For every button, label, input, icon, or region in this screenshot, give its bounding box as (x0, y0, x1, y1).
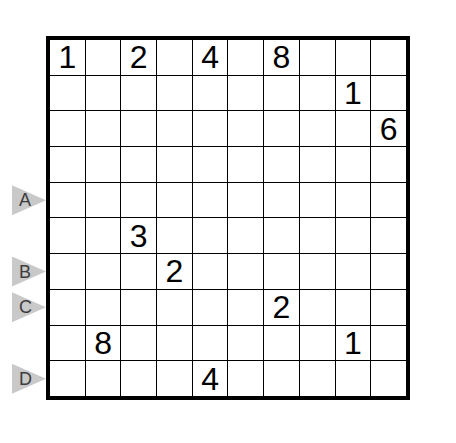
cell-r8c4[interactable] (157, 290, 192, 325)
cell-r8c10[interactable] (371, 290, 406, 325)
cell-r7c5[interactable] (193, 254, 228, 289)
cell-r2c8[interactable] (300, 76, 335, 111)
marker-label-B: B (19, 262, 31, 280)
cell-r9c5[interactable] (193, 326, 228, 361)
cell-r6c7[interactable] (264, 218, 299, 253)
cell-r4c3[interactable] (121, 147, 156, 182)
cell-r5c2[interactable] (86, 183, 121, 218)
cell-r5c8[interactable] (300, 183, 335, 218)
given-clue-r8c7: 2 (264, 290, 299, 325)
cell-r9c4[interactable] (157, 326, 192, 361)
cell-r7c3[interactable] (121, 254, 156, 289)
cell-r4c1[interactable] (50, 147, 85, 182)
cell-r8c3[interactable] (121, 290, 156, 325)
cell-r7c2[interactable] (86, 254, 121, 289)
cell-r7c7[interactable] (264, 254, 299, 289)
given-clue-r9c9: 1 (336, 326, 371, 361)
cell-r5c3[interactable] (121, 183, 156, 218)
cell-r8c1[interactable] (50, 290, 85, 325)
cell-r4c10[interactable] (371, 147, 406, 182)
given-clue-r1c5: 4 (193, 40, 228, 75)
row-marker-A: A (12, 185, 46, 215)
cell-r10c6[interactable] (228, 361, 263, 396)
cell-r6c4[interactable] (157, 218, 192, 253)
cell-r2c1[interactable] (50, 76, 85, 111)
cell-r1c4[interactable] (157, 40, 192, 75)
cell-r2c7[interactable] (264, 76, 299, 111)
cell-r2c2[interactable] (86, 76, 121, 111)
given-clue-r1c1: 1 (50, 40, 85, 75)
cell-r4c4[interactable] (157, 147, 192, 182)
cell-r9c8[interactable] (300, 326, 335, 361)
cell-r10c8[interactable] (300, 361, 335, 396)
cell-r3c4[interactable] (157, 111, 192, 146)
given-clue-r1c3: 2 (121, 40, 156, 75)
marker-label-D: D (19, 369, 32, 387)
cell-r5c10[interactable] (371, 183, 406, 218)
cell-r3c2[interactable] (86, 111, 121, 146)
cell-r3c7[interactable] (264, 111, 299, 146)
given-clue-r2c9: 1 (336, 76, 371, 111)
cell-r10c2[interactable] (86, 361, 121, 396)
cell-r6c9[interactable] (336, 218, 371, 253)
cell-r9c7[interactable] (264, 326, 299, 361)
cell-r8c9[interactable] (336, 290, 371, 325)
cell-r10c1[interactable] (50, 361, 85, 396)
cell-r10c9[interactable] (336, 361, 371, 396)
cell-r3c9[interactable] (336, 111, 371, 146)
cell-r10c4[interactable] (157, 361, 192, 396)
marker-label-A: A (19, 191, 31, 209)
cell-r2c5[interactable] (193, 76, 228, 111)
cell-r4c2[interactable] (86, 147, 121, 182)
cell-r3c3[interactable] (121, 111, 156, 146)
cell-r9c6[interactable] (228, 326, 263, 361)
cell-r5c1[interactable] (50, 183, 85, 218)
cell-r5c5[interactable] (193, 183, 228, 218)
cell-r7c1[interactable] (50, 254, 85, 289)
cell-r3c8[interactable] (300, 111, 335, 146)
given-clue-r3c10: 6 (371, 111, 406, 146)
cell-r10c3[interactable] (121, 361, 156, 396)
marker-label-C: C (19, 298, 32, 316)
cell-r6c2[interactable] (86, 218, 121, 253)
cell-r6c5[interactable] (193, 218, 228, 253)
cell-r7c8[interactable] (300, 254, 335, 289)
cell-r9c3[interactable] (121, 326, 156, 361)
cell-r8c2[interactable] (86, 290, 121, 325)
cell-r6c8[interactable] (300, 218, 335, 253)
cell-r1c9[interactable] (336, 40, 371, 75)
row-marker-D: D (12, 364, 46, 394)
cell-r7c6[interactable] (228, 254, 263, 289)
cell-r7c10[interactable] (371, 254, 406, 289)
cell-r3c5[interactable] (193, 111, 228, 146)
given-clue-r6c3: 3 (121, 218, 156, 253)
cell-r1c2[interactable] (86, 40, 121, 75)
cell-r9c1[interactable] (50, 326, 85, 361)
cell-r6c1[interactable] (50, 218, 85, 253)
given-clue-r10c5: 4 (193, 361, 228, 396)
cell-r3c1[interactable] (50, 111, 85, 146)
cell-r8c8[interactable] (300, 290, 335, 325)
cell-r2c10[interactable] (371, 76, 406, 111)
cell-r2c3[interactable] (121, 76, 156, 111)
cell-r4c6[interactable] (228, 147, 263, 182)
cell-r4c8[interactable] (300, 147, 335, 182)
cell-r2c4[interactable] (157, 76, 192, 111)
row-marker-B: B (12, 257, 46, 287)
cell-r8c6[interactable] (228, 290, 263, 325)
cell-r3c6[interactable] (228, 111, 263, 146)
cell-r4c9[interactable] (336, 147, 371, 182)
cell-r6c10[interactable] (371, 218, 406, 253)
given-clue-r9c2: 8 (86, 326, 121, 361)
cell-r5c7[interactable] (264, 183, 299, 218)
cell-r4c7[interactable] (264, 147, 299, 182)
row-marker-C: C (12, 292, 46, 322)
cell-r4c5[interactable] (193, 147, 228, 182)
cell-r5c6[interactable] (228, 183, 263, 218)
cell-r5c4[interactable] (157, 183, 192, 218)
cell-r1c8[interactable] (300, 40, 335, 75)
cell-r10c7[interactable] (264, 361, 299, 396)
cell-r5c9[interactable] (336, 183, 371, 218)
puzzle-grid: 124816322814 (46, 36, 410, 400)
cell-r6c6[interactable] (228, 218, 263, 253)
cell-r9c10[interactable] (371, 326, 406, 361)
cell-r1c10[interactable] (371, 40, 406, 75)
cell-r7c9[interactable] (336, 254, 371, 289)
given-clue-r1c7: 8 (264, 40, 299, 75)
cell-r2c6[interactable] (228, 76, 263, 111)
given-clue-r7c4: 2 (157, 254, 192, 289)
cell-r10c10[interactable] (371, 361, 406, 396)
cell-r1c6[interactable] (228, 40, 263, 75)
cell-r8c5[interactable] (193, 290, 228, 325)
